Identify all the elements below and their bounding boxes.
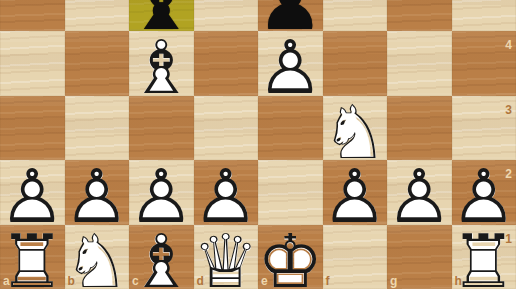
square-h5[interactable] [452, 0, 516, 31]
square-e1[interactable]: e♚♔ [258, 225, 323, 289]
square-g4[interactable] [387, 31, 452, 96]
square-f4[interactable] [323, 31, 388, 96]
square-a1[interactable]: a♜♖ [0, 225, 65, 289]
square-b4[interactable] [65, 31, 130, 96]
square-h1[interactable]: 1h♜♖ [452, 225, 516, 289]
square-g3[interactable] [387, 96, 452, 161]
square-g2[interactable]: ♟♙ [387, 160, 452, 225]
white-piece-outline-glyph: ♖ [0, 224, 65, 289]
square-c2[interactable]: ♟♙ [129, 160, 194, 225]
square-g5[interactable] [387, 0, 452, 31]
white-piece-outline-glyph: ♖ [451, 224, 516, 289]
rank-label-4: 4 [505, 38, 512, 52]
square-f5[interactable] [323, 0, 388, 31]
square-e2[interactable] [258, 160, 323, 225]
white-piece-outline-glyph: ♘ [64, 224, 130, 289]
piece-white-pawn-b2[interactable]: ♟♙ [65, 160, 130, 225]
square-c1[interactable]: c♝♗ [129, 225, 194, 289]
piece-white-pawn-f2[interactable]: ♟♙ [323, 160, 388, 225]
square-d4[interactable] [194, 31, 259, 96]
piece-white-knight-f3[interactable]: ♞♘ [323, 96, 388, 161]
piece-white-pawn-c2[interactable]: ♟♙ [129, 160, 194, 225]
white-piece-outline-glyph: ♙ [386, 159, 452, 233]
square-d5[interactable] [194, 0, 259, 31]
piece-white-rook-h1[interactable]: ♜♖ [452, 225, 516, 289]
file-label-g: g [390, 274, 397, 288]
square-b3[interactable] [65, 96, 130, 161]
square-a4[interactable] [0, 31, 65, 96]
piece-white-pawn-d2[interactable]: ♟♙ [194, 160, 259, 225]
square-d1[interactable]: d♛♕ [194, 225, 259, 289]
square-b2[interactable]: ♟♙ [65, 160, 130, 225]
square-e4[interactable]: ♟♙ [258, 31, 323, 96]
piece-white-king-e1[interactable]: ♚♔ [258, 225, 323, 289]
piece-white-knight-b1[interactable]: ♞♘ [65, 225, 130, 289]
square-c4[interactable]: ♝♗ [129, 31, 194, 96]
piece-white-rook-a1[interactable]: ♜♖ [0, 225, 65, 289]
chessboard[interactable]: ♝♟♝♗♟♙4♞♘3♟♙♟♙♟♙♟♙♟♙♟♙2♟♙a♜♖b♞♘c♝♗d♛♕e♚♔… [0, 0, 516, 289]
square-h3[interactable]: 3 [452, 96, 516, 161]
piece-white-bishop-c4[interactable]: ♝♗ [129, 31, 194, 96]
rank-label-3: 3 [505, 103, 512, 117]
square-h2[interactable]: 2♟♙ [452, 160, 516, 225]
piece-white-pawn-a2[interactable]: ♟♙ [0, 160, 65, 225]
chess-board-viewport: ♝♟♝♗♟♙4♞♘3♟♙♟♙♟♙♟♙♟♙♟♙2♟♙a♜♖b♞♘c♝♗d♛♕e♚♔… [0, 0, 516, 289]
square-a2[interactable]: ♟♙ [0, 160, 65, 225]
white-piece-outline-glyph: ♙ [322, 159, 388, 233]
square-b1[interactable]: b♞♘ [65, 225, 130, 289]
white-piece-outline-glyph: ♕ [193, 224, 259, 289]
piece-white-pawn-e4[interactable]: ♟♙ [258, 31, 323, 96]
file-label-f: f [326, 274, 330, 288]
square-a3[interactable] [0, 96, 65, 161]
white-piece-outline-glyph: ♗ [128, 224, 194, 289]
square-b5[interactable] [65, 0, 130, 31]
piece-white-queen-d1[interactable]: ♛♕ [194, 225, 259, 289]
white-piece-outline-glyph: ♗ [128, 30, 194, 104]
piece-white-pawn-h2[interactable]: ♟♙ [452, 160, 516, 225]
square-f2[interactable]: ♟♙ [323, 160, 388, 225]
square-h4[interactable]: 4 [452, 31, 516, 96]
square-d3[interactable] [194, 96, 259, 161]
white-piece-outline-glyph: ♙ [257, 30, 323, 104]
piece-white-bishop-c1[interactable]: ♝♗ [129, 225, 194, 289]
white-piece-outline-glyph: ♔ [257, 224, 323, 289]
square-a5[interactable] [0, 0, 65, 31]
square-f3[interactable]: ♞♘ [323, 96, 388, 161]
piece-white-pawn-g2[interactable]: ♟♙ [387, 160, 452, 225]
square-d2[interactable]: ♟♙ [194, 160, 259, 225]
